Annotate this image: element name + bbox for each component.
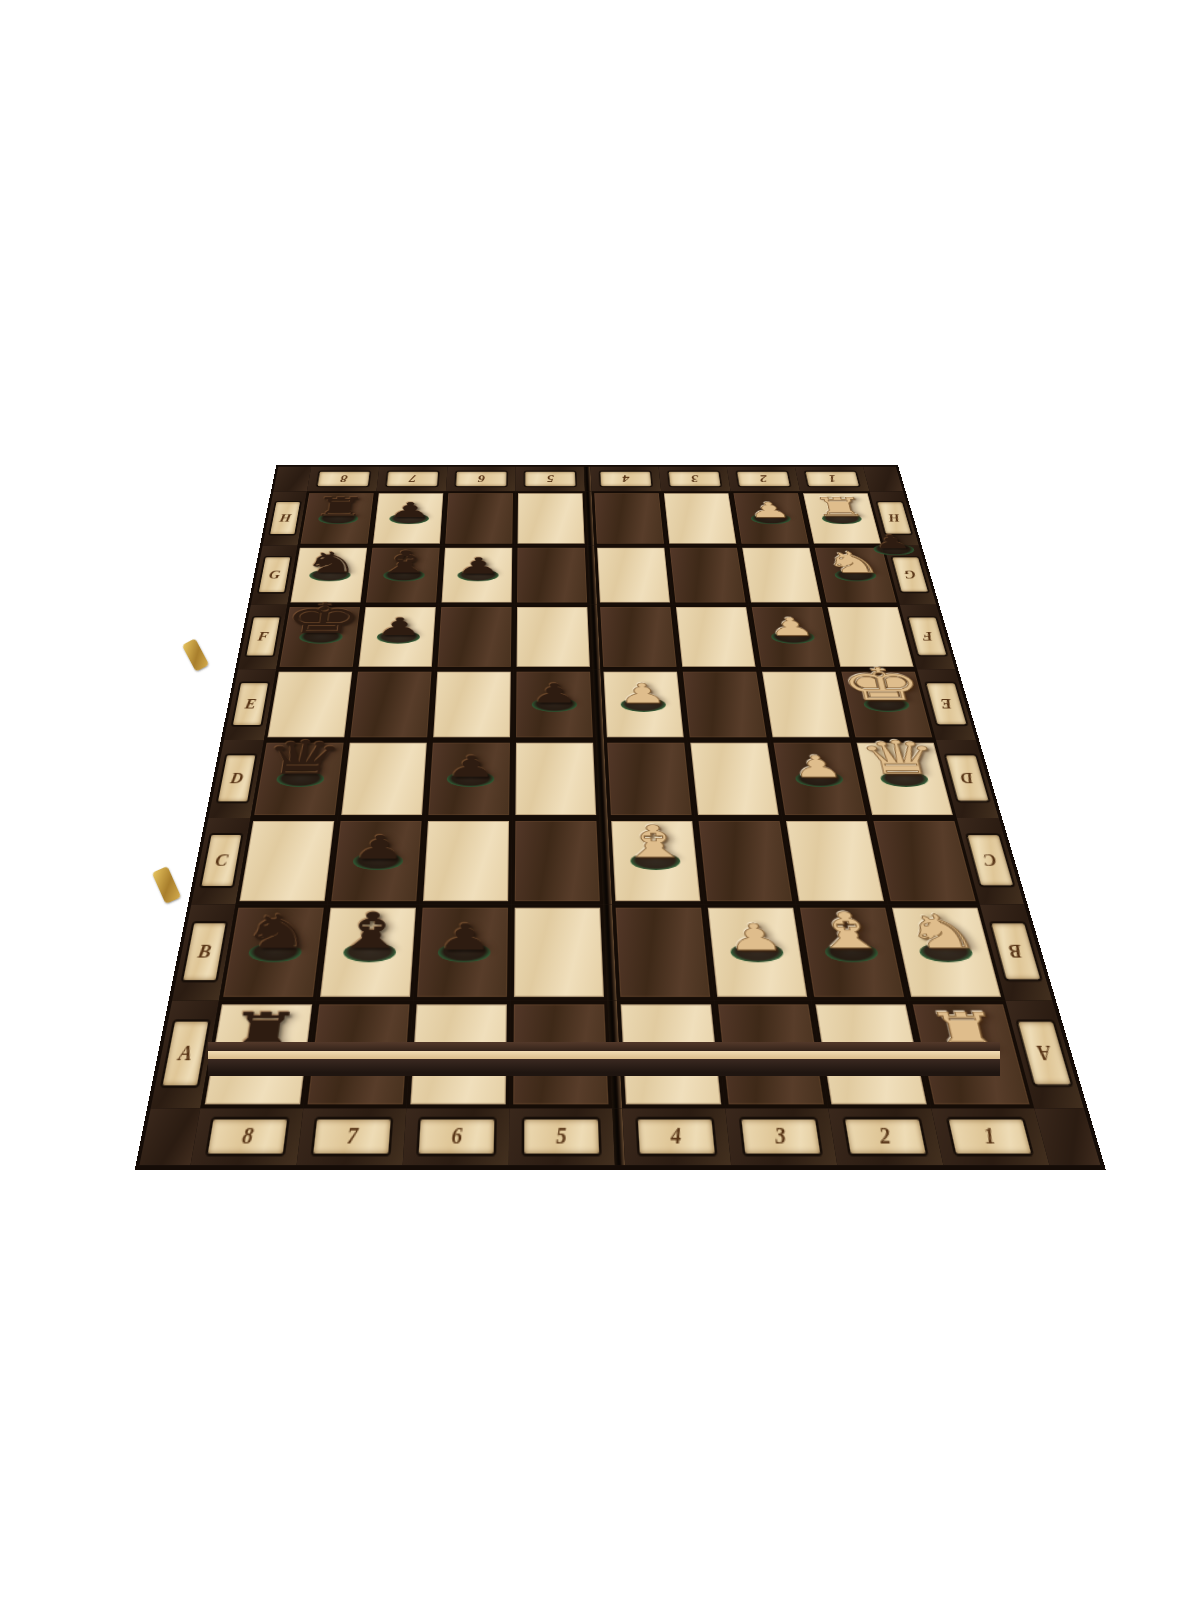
piece-felt-base (629, 852, 680, 870)
near-rank-label-cell: 7 (297, 1108, 407, 1165)
piece-glyph: ♟ (724, 614, 858, 639)
square-c3[interactable] (695, 818, 796, 904)
far-rank-label-cell: 5 (515, 467, 584, 492)
near-rank-label-cell: 6 (403, 1108, 510, 1165)
piece-felt-base (878, 771, 929, 787)
square-d4[interactable] (604, 740, 695, 818)
square-h4[interactable] (592, 491, 667, 545)
board-corner (139, 1108, 200, 1165)
far-rank-label-cell: 4 (590, 467, 661, 492)
coordinate-label: 6 (456, 472, 506, 486)
near-rank-label-cell: 5 (509, 1108, 615, 1165)
square-d8[interactable]: ♛ (251, 740, 347, 818)
board-corner (863, 467, 903, 492)
far-rank-label-cell: 2 (727, 467, 800, 492)
board-corner (273, 467, 311, 492)
piece-felt-base (247, 942, 302, 962)
coordinate-label: 8 (318, 472, 370, 486)
coordinate-label: 5 (525, 472, 575, 486)
coordinate-label: E (233, 684, 269, 725)
case-edge-pale-stripe (208, 1051, 1000, 1059)
square-g6[interactable]: ♟ (439, 546, 515, 605)
far-rank-label-cell: 8 (307, 467, 379, 492)
board-corner (1034, 1108, 1100, 1165)
square-e8[interactable] (264, 669, 355, 740)
right-file-label-cell: B (980, 904, 1053, 1000)
coordinate-label: A (162, 1022, 208, 1084)
square-f2[interactable]: ♟ (749, 605, 838, 670)
piece-felt-base (823, 942, 879, 962)
square-b8[interactable]: ♞ (219, 904, 328, 1000)
square-g4[interactable] (594, 546, 673, 605)
coordinate-label: C (201, 835, 241, 885)
far-rank-label-cell: 1 (795, 467, 870, 492)
square-e1[interactable]: ♚ (838, 669, 936, 740)
coordinate-label: A (1018, 1022, 1070, 1084)
coordinate-label: 2 (737, 472, 789, 486)
right-file-label-cell: A (1006, 1001, 1084, 1109)
square-g3[interactable] (667, 546, 749, 605)
near-rank-label-cell: 2 (828, 1108, 943, 1165)
coordinate-label: 5 (524, 1120, 600, 1153)
near-rank-label-cell: 8 (191, 1108, 304, 1165)
far-rank-label-cell: 6 (446, 467, 516, 492)
coordinate-label: B (991, 924, 1039, 980)
coordinate-label: B (183, 924, 226, 980)
page: 87654321H♜♟♟♜HG♞♝♟♞GF♚♟♟FE♟♟♚ED♛♟♟♛DC♟♝C… (0, 0, 1200, 1600)
square-b4[interactable] (612, 904, 714, 1000)
square-h7[interactable]: ♟ (370, 491, 446, 545)
coordinate-label: C (967, 835, 1012, 885)
piece-felt-base (729, 942, 784, 962)
piece-felt-base (917, 942, 974, 962)
piece-felt-base (275, 771, 324, 787)
left-file-label-cell: B (172, 904, 235, 1000)
piece-glyph: ♟ (349, 499, 470, 520)
coordinate-label: 4 (600, 472, 651, 486)
square-b5[interactable] (510, 904, 607, 1000)
coordinate-label: 3 (741, 1120, 821, 1153)
square-e4[interactable]: ♟ (600, 669, 687, 740)
piece-felt-base (437, 942, 490, 962)
coordinate-label: 7 (387, 472, 438, 486)
coordinate-label: 6 (418, 1120, 494, 1153)
coordinate-label: 1 (948, 1120, 1031, 1153)
square-h5[interactable] (515, 491, 587, 545)
coordinate-label: 1 (806, 472, 859, 486)
piece-glyph: ♞ (787, 548, 918, 577)
photo-scene: 87654321H♜♟♟♜HG♞♝♟♞GF♚♟♟FE♟♟♚ED♛♟♟♛DC♟♝C… (0, 0, 1200, 1600)
piece-glyph: ♟ (332, 614, 464, 639)
square-f4[interactable] (597, 605, 679, 670)
coordinate-label: 8 (207, 1120, 287, 1153)
square-f7[interactable]: ♟ (355, 605, 438, 670)
coordinate-label: 7 (313, 1120, 391, 1153)
square-c8[interactable] (236, 818, 338, 904)
piece-glyph: ♜ (777, 494, 902, 520)
piece-glyph: ♚ (809, 662, 955, 707)
coordinate-label: F (909, 618, 946, 655)
piece-glyph: ♝ (578, 819, 731, 863)
square-b3[interactable]: ♟ (704, 904, 811, 1000)
case-front-edge (208, 1042, 1000, 1076)
square-c7[interactable]: ♟ (328, 818, 425, 904)
square-e7[interactable] (347, 669, 435, 740)
far-rank-label-cell: 3 (659, 467, 731, 492)
case-edge-bottom (208, 1059, 1000, 1076)
square-c6[interactable] (419, 818, 512, 904)
square-b7[interactable]: ♝ (316, 904, 419, 1000)
far-rank-label-cell: 7 (376, 467, 447, 492)
square-d1[interactable]: ♛ (853, 740, 957, 818)
piece-glyph: ♟ (415, 554, 540, 577)
piece-felt-base (794, 771, 844, 787)
coordinate-label: 4 (637, 1120, 715, 1153)
square-g1[interactable]: ♞ (812, 546, 900, 605)
square-f5[interactable] (514, 605, 593, 670)
near-rank-label-cell: 4 (622, 1108, 731, 1165)
piece-felt-base (352, 852, 403, 870)
coordinate-label: 3 (669, 472, 720, 486)
piece-felt-base (446, 771, 494, 787)
piece-felt-base (342, 942, 396, 962)
square-b6[interactable]: ♟ (413, 904, 511, 1000)
square-d6[interactable]: ♟ (425, 740, 513, 818)
piece-glyph: ♟ (574, 680, 712, 707)
near-rank-label-cell: 3 (725, 1108, 837, 1165)
near-rank-label-cell: 1 (931, 1108, 1049, 1165)
square-c4[interactable]: ♝ (608, 818, 704, 904)
square-c5[interactable] (511, 818, 603, 904)
coordinate-label: 2 (845, 1120, 926, 1153)
case-edge-top (208, 1042, 1000, 1051)
